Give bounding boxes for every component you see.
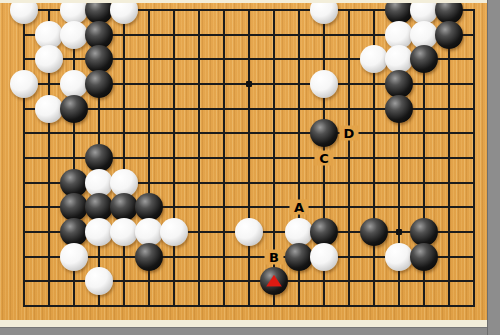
white-stone[interactable] [235, 218, 263, 246]
grid-line-vertical [173, 9, 175, 307]
white-stone[interactable] [35, 45, 63, 73]
black-stone[interactable] [310, 119, 338, 147]
white-stone[interactable] [360, 45, 388, 73]
white-stone[interactable] [385, 45, 413, 73]
white-stone[interactable] [10, 0, 38, 24]
triangle-marker [266, 275, 282, 287]
star-point [246, 81, 252, 87]
black-stone[interactable] [135, 193, 163, 221]
black-stone[interactable] [385, 95, 413, 123]
white-stone[interactable] [60, 243, 88, 271]
black-stone[interactable] [85, 144, 113, 172]
black-stone[interactable] [410, 45, 438, 73]
black-stone[interactable] [85, 70, 113, 98]
frame-bottom-edge [0, 320, 487, 327]
goban[interactable]: ABCD [0, 0, 487, 320]
label-point-B[interactable]: B [265, 250, 284, 265]
black-stone[interactable] [110, 193, 138, 221]
black-stone[interactable] [260, 267, 288, 295]
black-stone[interactable] [310, 218, 338, 246]
label-point-D[interactable]: D [340, 126, 359, 141]
black-stone[interactable] [60, 95, 88, 123]
black-stone[interactable] [135, 243, 163, 271]
go-board-diagram: ABCD [0, 0, 500, 335]
white-stone[interactable] [310, 70, 338, 98]
frame-bottom-shadow [0, 327, 500, 335]
grid-line-vertical [348, 9, 350, 307]
white-stone[interactable] [35, 95, 63, 123]
star-point [396, 229, 402, 235]
grid-line-vertical [223, 9, 225, 307]
white-stone[interactable] [285, 218, 313, 246]
black-stone[interactable] [60, 218, 88, 246]
white-stone[interactable] [10, 70, 38, 98]
black-stone[interactable] [285, 243, 313, 271]
grid-line-vertical [198, 9, 200, 307]
frame-right-border [487, 0, 500, 335]
black-stone[interactable] [85, 193, 113, 221]
black-stone[interactable] [410, 243, 438, 271]
grid-line-vertical [23, 9, 25, 307]
label-point-A[interactable]: A [290, 200, 309, 215]
white-stone[interactable] [60, 70, 88, 98]
frame-top-edge [0, 0, 487, 3]
white-stone[interactable] [135, 218, 163, 246]
grid-line-vertical [248, 9, 250, 307]
black-stone[interactable] [435, 21, 463, 49]
black-stone[interactable] [360, 218, 388, 246]
label-point-C[interactable]: C [315, 151, 334, 166]
grid-line-vertical [448, 9, 450, 307]
white-stone[interactable] [385, 243, 413, 271]
white-stone[interactable] [60, 21, 88, 49]
white-stone[interactable] [85, 267, 113, 295]
white-stone[interactable] [110, 218, 138, 246]
white-stone[interactable] [310, 0, 338, 24]
white-stone[interactable] [110, 0, 138, 24]
grid-line-vertical [473, 9, 475, 307]
black-stone[interactable] [385, 70, 413, 98]
white-stone[interactable] [310, 243, 338, 271]
white-stone[interactable] [160, 218, 188, 246]
black-stone[interactable] [60, 193, 88, 221]
black-stone[interactable] [410, 218, 438, 246]
grid-line-vertical [123, 9, 125, 307]
white-stone[interactable] [85, 218, 113, 246]
black-stone[interactable] [85, 45, 113, 73]
